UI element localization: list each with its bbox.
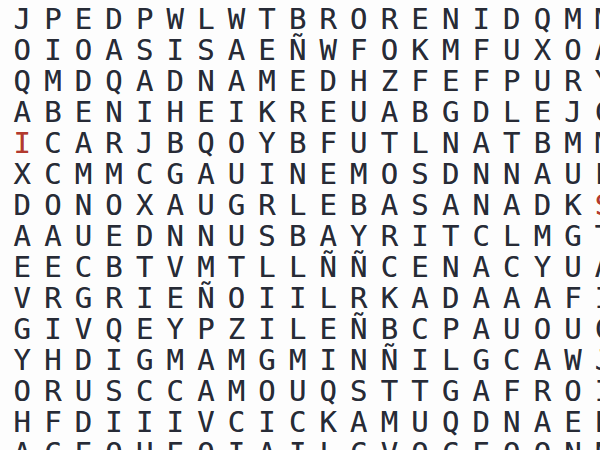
grid-cell-r5c7[interactable]: Q [191, 128, 222, 159]
grid-cell-r12c20[interactable]: J [588, 345, 600, 376]
grid-cell-r9c5[interactable]: T [129, 252, 160, 283]
grid-cell-r2c10[interactable]: Ñ [282, 35, 313, 66]
grid-cell-r9c4[interactable]: B [99, 252, 130, 283]
grid-cell-r12c5[interactable]: G [129, 345, 160, 376]
grid-cell-r9c6[interactable]: V [160, 252, 191, 283]
grid-cell-r13c18[interactable]: R [527, 376, 558, 407]
grid-cell-r8c20[interactable]: T [588, 221, 600, 252]
grid-cell-r6c3[interactable]: M [68, 159, 99, 190]
grid-cell-r8c15[interactable]: T [435, 221, 466, 252]
grid-cell-r8c3[interactable]: U [68, 221, 99, 252]
grid-cell-r8c1[interactable]: A [7, 221, 38, 252]
grid-cell-r11c6[interactable]: Y [160, 314, 191, 345]
grid-cell-r1c8[interactable]: W [221, 4, 252, 35]
grid-cell-r14c20[interactable]: E [588, 407, 600, 438]
grid-cell-r11c19[interactable]: U [558, 314, 589, 345]
grid-cell-r6c9[interactable]: I [252, 159, 283, 190]
grid-cell-r8c13[interactable]: R [374, 221, 405, 252]
grid-cell-r13c9[interactable]: O [252, 376, 283, 407]
grid-cell-r8c5[interactable]: D [129, 221, 160, 252]
grid-cell-r7c6[interactable]: A [160, 190, 191, 221]
grid-cell-r1c19[interactable]: M [558, 4, 589, 35]
grid-cell-r12c11[interactable]: I [313, 345, 344, 376]
grid-cell-r5c1[interactable]: I [7, 128, 38, 159]
grid-cell-r4c19[interactable]: J [558, 97, 589, 128]
grid-cell-r15c7[interactable]: O [191, 438, 222, 450]
grid-cell-r1c3[interactable]: E [68, 4, 99, 35]
grid-cell-r4c18[interactable]: E [527, 97, 558, 128]
grid-cell-r7c17[interactable]: A [497, 190, 528, 221]
grid-cell-r15c3[interactable]: E [68, 438, 99, 450]
grid-cell-r1c14[interactable]: E [405, 4, 436, 35]
grid-cell-r13c13[interactable]: T [374, 376, 405, 407]
grid-cell-r15c5[interactable]: H [129, 438, 160, 450]
grid-cell-r3c19[interactable]: R [558, 66, 589, 97]
grid-cell-r6c2[interactable]: C [38, 159, 69, 190]
grid-cell-r7c12[interactable]: B [344, 190, 375, 221]
grid-cell-r7c19[interactable]: K [558, 190, 589, 221]
grid-cell-r1c1[interactable]: J [7, 4, 38, 35]
grid-cell-r9c12[interactable]: Ñ [344, 252, 375, 283]
grid-cell-r1c9[interactable]: T [252, 4, 283, 35]
grid-cell-r7c11[interactable]: E [313, 190, 344, 221]
grid-cell-r15c20[interactable]: N [588, 438, 600, 450]
grid-cell-r10c5[interactable]: I [129, 283, 160, 314]
grid-cell-r14c14[interactable]: U [405, 407, 436, 438]
grid-cell-r9c15[interactable]: N [435, 252, 466, 283]
grid-cell-r5c15[interactable]: N [435, 128, 466, 159]
grid-cell-r3c6[interactable]: D [160, 66, 191, 97]
grid-cell-r15c14[interactable]: O [405, 438, 436, 450]
grid-cell-r5c8[interactable]: O [221, 128, 252, 159]
grid-cell-r10c16[interactable]: A [466, 283, 497, 314]
grid-cell-r6c16[interactable]: N [466, 159, 497, 190]
grid-cell-r10c10[interactable]: I [282, 283, 313, 314]
grid-cell-r15c11[interactable]: L [313, 438, 344, 450]
grid-cell-r13c3[interactable]: U [68, 376, 99, 407]
grid-cell-r14c15[interactable]: Q [435, 407, 466, 438]
grid-cell-r6c7[interactable]: A [191, 159, 222, 190]
grid-cell-r4c12[interactable]: U [344, 97, 375, 128]
grid-cell-r7c2[interactable]: O [38, 190, 69, 221]
grid-cell-r11c15[interactable]: P [435, 314, 466, 345]
grid-cell-r6c14[interactable]: S [405, 159, 436, 190]
grid-cell-r14c17[interactable]: N [497, 407, 528, 438]
grid-cell-r1c6[interactable]: W [160, 4, 191, 35]
grid-cell-r11c11[interactable]: E [313, 314, 344, 345]
grid-cell-r5c2[interactable]: C [38, 128, 69, 159]
grid-cell-r15c17[interactable]: O [497, 438, 528, 450]
grid-cell-r14c12[interactable]: A [344, 407, 375, 438]
grid-cell-r15c12[interactable]: C [344, 438, 375, 450]
grid-cell-r7c10[interactable]: L [282, 190, 313, 221]
grid-cell-r6c4[interactable]: M [99, 159, 130, 190]
grid-cell-r3c8[interactable]: A [221, 66, 252, 97]
grid-cell-r11c9[interactable]: I [252, 314, 283, 345]
grid-cell-r12c8[interactable]: M [221, 345, 252, 376]
grid-cell-r15c13[interactable]: V [374, 438, 405, 450]
grid-cell-r10c17[interactable]: A [497, 283, 528, 314]
grid-cell-r15c2[interactable]: C [38, 438, 69, 450]
grid-cell-r13c5[interactable]: C [129, 376, 160, 407]
grid-cell-r3c3[interactable]: D [68, 66, 99, 97]
grid-cell-r7c9[interactable]: R [252, 190, 283, 221]
grid-cell-r3c16[interactable]: F [466, 66, 497, 97]
grid-cell-r11c12[interactable]: Ñ [344, 314, 375, 345]
grid-cell-r5c17[interactable]: T [497, 128, 528, 159]
grid-cell-r2c18[interactable]: X [527, 35, 558, 66]
grid-cell-r9c16[interactable]: A [466, 252, 497, 283]
grid-cell-r10c4[interactable]: R [99, 283, 130, 314]
grid-cell-r11c17[interactable]: U [497, 314, 528, 345]
grid-cell-r6c10[interactable]: N [282, 159, 313, 190]
grid-cell-r13c10[interactable]: U [282, 376, 313, 407]
grid-cell-r4c1[interactable]: A [7, 97, 38, 128]
grid-cell-r5c6[interactable]: B [160, 128, 191, 159]
grid-cell-r7c8[interactable]: G [221, 190, 252, 221]
grid-cell-r7c13[interactable]: A [374, 190, 405, 221]
grid-cell-r8c4[interactable]: E [99, 221, 130, 252]
grid-cell-r4c16[interactable]: D [466, 97, 497, 128]
grid-cell-r13c6[interactable]: C [160, 376, 191, 407]
grid-cell-r8c7[interactable]: N [191, 221, 222, 252]
grid-cell-r12c19[interactable]: W [558, 345, 589, 376]
grid-cell-r13c2[interactable]: R [38, 376, 69, 407]
grid-cell-r6c11[interactable]: E [313, 159, 344, 190]
grid-cell-r15c15[interactable]: C [435, 438, 466, 450]
grid-cell-r7c7[interactable]: U [191, 190, 222, 221]
grid-cell-r10c2[interactable]: R [38, 283, 69, 314]
grid-cell-r7c3[interactable]: N [68, 190, 99, 221]
grid-cell-r3c2[interactable]: M [38, 66, 69, 97]
grid-cell-r13c12[interactable]: S [344, 376, 375, 407]
grid-cell-r3c17[interactable]: P [497, 66, 528, 97]
grid-cell-r15c6[interactable]: E [160, 438, 191, 450]
grid-cell-r2c19[interactable]: O [558, 35, 589, 66]
grid-cell-r12c10[interactable]: M [282, 345, 313, 376]
grid-cell-r1c12[interactable]: O [344, 4, 375, 35]
grid-cell-r2c15[interactable]: M [435, 35, 466, 66]
grid-cell-r8c12[interactable]: Y [344, 221, 375, 252]
grid-cell-r2c4[interactable]: A [99, 35, 130, 66]
grid-cell-r9c13[interactable]: C [374, 252, 405, 283]
grid-cell-r7c15[interactable]: A [435, 190, 466, 221]
grid-cell-r14c5[interactable]: I [129, 407, 160, 438]
grid-cell-r14c10[interactable]: C [282, 407, 313, 438]
grid-cell-r14c13[interactable]: M [374, 407, 405, 438]
grid-cell-r13c4[interactable]: S [99, 376, 130, 407]
grid-cell-r12c15[interactable]: L [435, 345, 466, 376]
grid-cell-r9c17[interactable]: C [497, 252, 528, 283]
grid-cell-r4c20[interactable]: C [588, 97, 600, 128]
grid-cell-r3c4[interactable]: Q [99, 66, 130, 97]
grid-cell-r13c17[interactable]: F [497, 376, 528, 407]
grid-cell-r14c6[interactable]: I [160, 407, 191, 438]
grid-cell-r3c13[interactable]: Z [374, 66, 405, 97]
grid-cell-r9c9[interactable]: L [252, 252, 283, 283]
grid-cell-r6c6[interactable]: G [160, 159, 191, 190]
grid-cell-r5c18[interactable]: B [527, 128, 558, 159]
grid-cell-r7c1[interactable]: D [7, 190, 38, 221]
grid-cell-r7c16[interactable]: N [466, 190, 497, 221]
grid-cell-r12c16[interactable]: G [466, 345, 497, 376]
grid-cell-r5c10[interactable]: B [282, 128, 313, 159]
grid-cell-r10c3[interactable]: G [68, 283, 99, 314]
grid-cell-r14c7[interactable]: V [191, 407, 222, 438]
grid-cell-r3c1[interactable]: Q [7, 66, 38, 97]
grid-cell-r1c7[interactable]: L [191, 4, 222, 35]
grid-cell-r3c12[interactable]: H [344, 66, 375, 97]
grid-cell-r11c7[interactable]: P [191, 314, 222, 345]
grid-cell-r15c18[interactable]: O [527, 438, 558, 450]
grid-cell-r2c17[interactable]: U [497, 35, 528, 66]
grid-cell-r6c19[interactable]: U [558, 159, 589, 190]
grid-cell-r11c18[interactable]: O [527, 314, 558, 345]
grid-cell-r6c18[interactable]: A [527, 159, 558, 190]
grid-cell-r4c6[interactable]: H [160, 97, 191, 128]
grid-cell-r1c2[interactable]: P [38, 4, 69, 35]
grid-cell-r1c15[interactable]: N [435, 4, 466, 35]
grid-cell-r2c1[interactable]: O [7, 35, 38, 66]
grid-cell-r10c12[interactable]: R [344, 283, 375, 314]
grid-cell-r5c9[interactable]: Y [252, 128, 283, 159]
grid-cell-r2c8[interactable]: A [221, 35, 252, 66]
grid-cell-r10c20[interactable]: I [588, 283, 600, 314]
grid-cell-r6c15[interactable]: D [435, 159, 466, 190]
grid-cell-r8c2[interactable]: A [38, 221, 69, 252]
grid-cell-r2c7[interactable]: S [191, 35, 222, 66]
grid-cell-r1c13[interactable]: R [374, 4, 405, 35]
grid-cell-r9c7[interactable]: M [191, 252, 222, 283]
grid-cell-r4c9[interactable]: K [252, 97, 283, 128]
grid-cell-r7c18[interactable]: D [527, 190, 558, 221]
grid-cell-r13c8[interactable]: M [221, 376, 252, 407]
grid-cell-r1c17[interactable]: D [497, 4, 528, 35]
grid-cell-r10c11[interactable]: L [313, 283, 344, 314]
grid-cell-r13c14[interactable]: T [405, 376, 436, 407]
grid-cell-r5c13[interactable]: T [374, 128, 405, 159]
grid-cell-r8c9[interactable]: S [252, 221, 283, 252]
grid-cell-r3c14[interactable]: F [405, 66, 436, 97]
grid-cell-r15c8[interactable]: I [221, 438, 252, 450]
grid-cell-r5c16[interactable]: A [466, 128, 497, 159]
grid-cell-r15c1[interactable]: A [7, 438, 38, 450]
grid-cell-r10c6[interactable]: E [160, 283, 191, 314]
grid-cell-r11c13[interactable]: B [374, 314, 405, 345]
grid-cell-r5c20[interactable]: M [588, 128, 600, 159]
grid-cell-r8c8[interactable]: U [221, 221, 252, 252]
grid-cell-r2c5[interactable]: S [129, 35, 160, 66]
grid-cell-r12c3[interactable]: D [68, 345, 99, 376]
grid-cell-r4c7[interactable]: E [191, 97, 222, 128]
grid-cell-r3c7[interactable]: N [191, 66, 222, 97]
grid-cell-r10c14[interactable]: A [405, 283, 436, 314]
grid-cell-r7c20[interactable]: S [588, 190, 600, 221]
grid-cell-r14c4[interactable]: I [99, 407, 130, 438]
grid-cell-r6c5[interactable]: C [129, 159, 160, 190]
grid-cell-r14c16[interactable]: D [466, 407, 497, 438]
grid-cell-r4c10[interactable]: R [282, 97, 313, 128]
grid-cell-r6c1[interactable]: X [7, 159, 38, 190]
grid-cell-r10c8[interactable]: O [221, 283, 252, 314]
grid-cell-r6c8[interactable]: U [221, 159, 252, 190]
grid-cell-r9c3[interactable]: C [68, 252, 99, 283]
grid-cell-r5c19[interactable]: M [558, 128, 589, 159]
grid-cell-r1c16[interactable]: I [466, 4, 497, 35]
grid-cell-r8c11[interactable]: A [313, 221, 344, 252]
grid-cell-r14c18[interactable]: A [527, 407, 558, 438]
grid-cell-r12c17[interactable]: C [497, 345, 528, 376]
grid-cell-r4c5[interactable]: I [129, 97, 160, 128]
grid-cell-r12c6[interactable]: M [160, 345, 191, 376]
grid-cell-r4c3[interactable]: E [68, 97, 99, 128]
grid-cell-r2c2[interactable]: I [38, 35, 69, 66]
grid-cell-r10c9[interactable]: I [252, 283, 283, 314]
grid-cell-r1c11[interactable]: R [313, 4, 344, 35]
grid-cell-r9c20[interactable]: A [588, 252, 600, 283]
grid-cell-r11c16[interactable]: A [466, 314, 497, 345]
grid-cell-r13c7[interactable]: A [191, 376, 222, 407]
grid-cell-r6c13[interactable]: O [374, 159, 405, 190]
grid-cell-r13c11[interactable]: Q [313, 376, 344, 407]
grid-cell-r13c15[interactable]: G [435, 376, 466, 407]
grid-cell-r13c1[interactable]: O [7, 376, 38, 407]
grid-cell-r7c5[interactable]: X [129, 190, 160, 221]
grid-cell-r11c3[interactable]: V [68, 314, 99, 345]
grid-cell-r2c12[interactable]: F [344, 35, 375, 66]
grid-cell-r10c7[interactable]: Ñ [191, 283, 222, 314]
grid-cell-r5c5[interactable]: J [129, 128, 160, 159]
grid-cell-r3c20[interactable]: Y [588, 66, 600, 97]
grid-cell-r3c5[interactable]: A [129, 66, 160, 97]
grid-cell-r8c16[interactable]: C [466, 221, 497, 252]
grid-cell-r2c6[interactable]: I [160, 35, 191, 66]
grid-cell-r5c12[interactable]: U [344, 128, 375, 159]
grid-cell-r11c1[interactable]: G [7, 314, 38, 345]
grid-cell-r12c7[interactable]: A [191, 345, 222, 376]
grid-cell-r3c18[interactable]: U [527, 66, 558, 97]
grid-cell-r10c18[interactable]: A [527, 283, 558, 314]
grid-cell-r9c14[interactable]: E [405, 252, 436, 283]
grid-cell-r4c2[interactable]: B [38, 97, 69, 128]
grid-cell-r9c8[interactable]: T [221, 252, 252, 283]
grid-cell-r1c18[interactable]: Q [527, 4, 558, 35]
grid-cell-r12c13[interactable]: Ñ [374, 345, 405, 376]
grid-cell-r14c1[interactable]: H [7, 407, 38, 438]
grid-cell-r11c8[interactable]: Z [221, 314, 252, 345]
grid-cell-r5c3[interactable]: A [68, 128, 99, 159]
grid-cell-r7c14[interactable]: S [405, 190, 436, 221]
grid-cell-r11c2[interactable]: I [38, 314, 69, 345]
grid-cell-r11c4[interactable]: Q [99, 314, 130, 345]
grid-cell-r12c18[interactable]: A [527, 345, 558, 376]
grid-cell-r6c20[interactable]: F [588, 159, 600, 190]
grid-cell-r11c14[interactable]: C [405, 314, 436, 345]
grid-cell-r14c11[interactable]: K [313, 407, 344, 438]
grid-cell-r13c19[interactable]: O [558, 376, 589, 407]
grid-cell-r13c20[interactable]: I [588, 376, 600, 407]
grid-cell-r14c19[interactable]: E [558, 407, 589, 438]
grid-cell-r4c11[interactable]: E [313, 97, 344, 128]
grid-cell-r1c4[interactable]: D [99, 4, 130, 35]
grid-cell-r14c3[interactable]: D [68, 407, 99, 438]
grid-cell-r15c16[interactable]: E [466, 438, 497, 450]
grid-cell-r14c9[interactable]: I [252, 407, 283, 438]
grid-cell-r12c4[interactable]: I [99, 345, 130, 376]
grid-cell-r4c4[interactable]: N [99, 97, 130, 128]
grid-cell-r2c14[interactable]: K [405, 35, 436, 66]
grid-cell-r8c17[interactable]: L [497, 221, 528, 252]
grid-cell-r3c10[interactable]: E [282, 66, 313, 97]
grid-cell-r8c14[interactable]: I [405, 221, 436, 252]
grid-cell-r14c8[interactable]: C [221, 407, 252, 438]
grid-cell-r1c10[interactable]: B [282, 4, 313, 35]
grid-cell-r12c1[interactable]: Y [7, 345, 38, 376]
grid-cell-r4c8[interactable]: I [221, 97, 252, 128]
grid-cell-r10c1[interactable]: V [7, 283, 38, 314]
grid-cell-r15c4[interactable]: O [99, 438, 130, 450]
grid-cell-r8c6[interactable]: N [160, 221, 191, 252]
grid-cell-r11c10[interactable]: L [282, 314, 313, 345]
grid-cell-r8c19[interactable]: G [558, 221, 589, 252]
grid-cell-r8c10[interactable]: B [282, 221, 313, 252]
grid-cell-r5c11[interactable]: F [313, 128, 344, 159]
grid-cell-r4c17[interactable]: L [497, 97, 528, 128]
grid-cell-r4c15[interactable]: G [435, 97, 466, 128]
grid-cell-r11c20[interactable]: C [588, 314, 600, 345]
grid-cell-r4c14[interactable]: B [405, 97, 436, 128]
grid-cell-r4c13[interactable]: A [374, 97, 405, 128]
grid-cell-r6c17[interactable]: N [497, 159, 528, 190]
grid-cell-r12c2[interactable]: H [38, 345, 69, 376]
grid-cell-r8c18[interactable]: M [527, 221, 558, 252]
grid-cell-r9c2[interactable]: E [38, 252, 69, 283]
grid-cell-r7c4[interactable]: O [99, 190, 130, 221]
grid-cell-r11c5[interactable]: E [129, 314, 160, 345]
grid-cell-r10c19[interactable]: F [558, 283, 589, 314]
grid-cell-r2c13[interactable]: O [374, 35, 405, 66]
grid-cell-r9c19[interactable]: U [558, 252, 589, 283]
grid-cell-r3c9[interactable]: M [252, 66, 283, 97]
grid-cell-r2c11[interactable]: W [313, 35, 344, 66]
grid-cell-r3c15[interactable]: E [435, 66, 466, 97]
grid-cell-r2c16[interactable]: F [466, 35, 497, 66]
grid-cell-r2c9[interactable]: E [252, 35, 283, 66]
grid-cell-r1c20[interactable]: M [588, 4, 600, 35]
grid-cell-r12c9[interactable]: G [252, 345, 283, 376]
grid-cell-r15c10[interactable]: I [282, 438, 313, 450]
grid-cell-r10c13[interactable]: K [374, 283, 405, 314]
grid-cell-r10c15[interactable]: D [435, 283, 466, 314]
grid-cell-r15c19[interactable]: N [558, 438, 589, 450]
grid-cell-r3c11[interactable]: D [313, 66, 344, 97]
grid-cell-r15c9[interactable]: A [252, 438, 283, 450]
grid-cell-r12c12[interactable]: N [344, 345, 375, 376]
grid-cell-r9c10[interactable]: L [282, 252, 313, 283]
grid-cell-r14c2[interactable]: F [38, 407, 69, 438]
grid-cell-r12c14[interactable]: I [405, 345, 436, 376]
grid-cell-r2c3[interactable]: O [68, 35, 99, 66]
grid-cell-r2c20[interactable]: A [588, 35, 600, 66]
grid-cell-r9c1[interactable]: E [7, 252, 38, 283]
grid-cell-r13c16[interactable]: A [466, 376, 497, 407]
grid-cell-r5c14[interactable]: L [405, 128, 436, 159]
grid-cell-r5c4[interactable]: R [99, 128, 130, 159]
grid-cell-r6c12[interactable]: M [344, 159, 375, 190]
grid-cell-r9c18[interactable]: Y [527, 252, 558, 283]
grid-cell-r9c11[interactable]: Ñ [313, 252, 344, 283]
grid-cell-r1c5[interactable]: P [129, 4, 160, 35]
